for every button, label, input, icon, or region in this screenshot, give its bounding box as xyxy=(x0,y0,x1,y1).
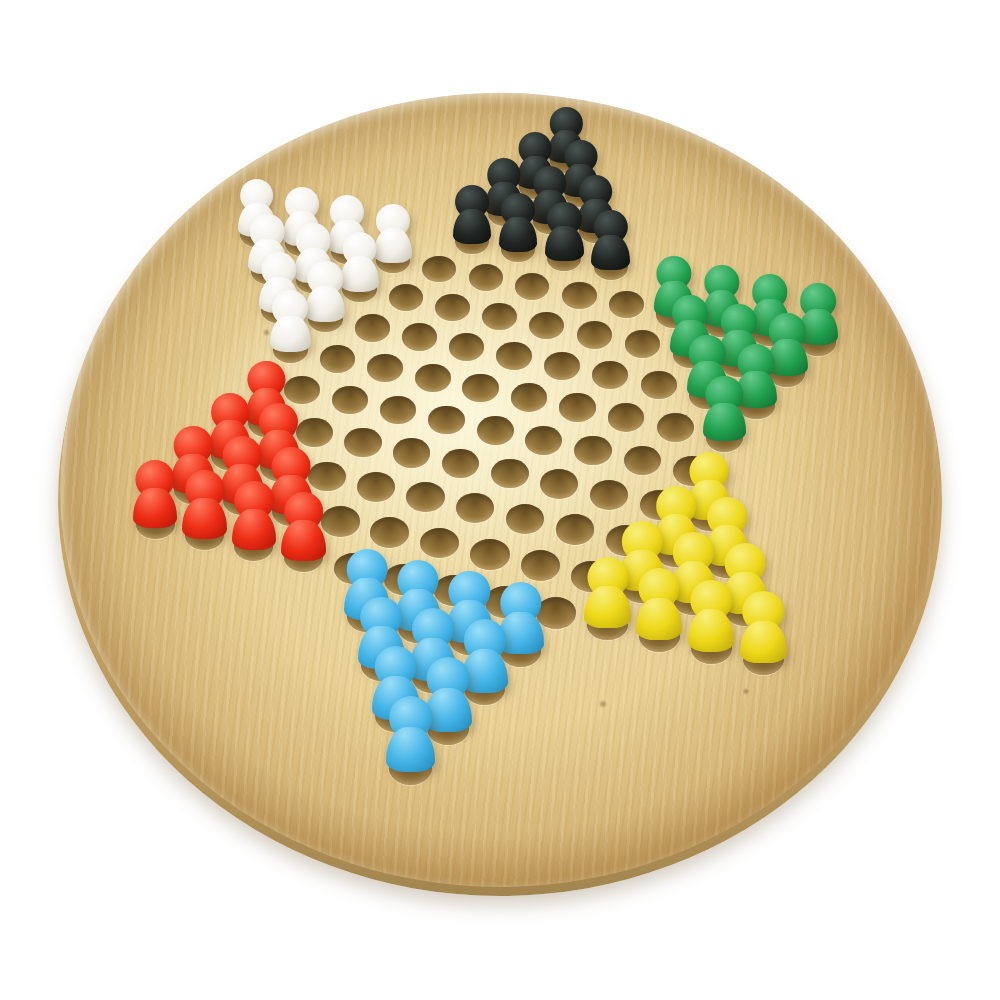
hole[interactable] xyxy=(470,539,509,570)
hole[interactable] xyxy=(515,273,549,300)
wood-speck xyxy=(742,688,750,695)
hole[interactable] xyxy=(477,416,514,445)
hole[interactable] xyxy=(462,374,498,402)
photo-canvas xyxy=(0,0,1000,1000)
peg-yellow[interactable] xyxy=(584,557,631,628)
hole[interactable] xyxy=(482,303,517,330)
hole[interactable] xyxy=(428,406,465,435)
peg-yellow[interactable] xyxy=(739,591,787,664)
hole[interactable] xyxy=(296,418,333,447)
hole[interactable] xyxy=(491,459,529,489)
hole[interactable] xyxy=(469,264,503,291)
hole[interactable] xyxy=(521,550,561,581)
hole[interactable] xyxy=(370,517,409,548)
hole[interactable] xyxy=(657,413,694,442)
hole[interactable] xyxy=(511,383,547,412)
hole[interactable] xyxy=(559,393,596,422)
hole[interactable] xyxy=(355,314,390,342)
hole[interactable] xyxy=(415,364,451,392)
hole[interactable] xyxy=(332,386,368,415)
hole[interactable] xyxy=(609,291,644,318)
hole[interactable] xyxy=(321,506,360,536)
peg-red[interactable] xyxy=(133,460,178,528)
hole[interactable] xyxy=(506,504,545,534)
hole[interactable] xyxy=(641,371,677,399)
wood-speck xyxy=(262,329,271,336)
hole-grid xyxy=(0,0,1000,1000)
hole[interactable] xyxy=(357,472,395,502)
hole[interactable] xyxy=(574,436,611,465)
peg-red[interactable] xyxy=(281,492,327,561)
peg-blue[interactable] xyxy=(385,696,435,772)
peg-white[interactable] xyxy=(340,232,380,292)
peg-black[interactable] xyxy=(545,202,584,261)
hole[interactable] xyxy=(406,482,444,512)
hole[interactable] xyxy=(624,446,662,475)
peg-black[interactable] xyxy=(499,193,538,252)
peg-green[interactable] xyxy=(703,376,746,441)
hole[interactable] xyxy=(435,294,470,321)
hole[interactable] xyxy=(393,438,430,467)
peg-black[interactable] xyxy=(453,185,492,244)
peg-white[interactable] xyxy=(305,261,346,322)
hole[interactable] xyxy=(540,469,578,499)
hole[interactable] xyxy=(422,256,456,283)
hole[interactable] xyxy=(577,321,612,349)
hole[interactable] xyxy=(608,403,645,432)
hole[interactable] xyxy=(496,342,532,370)
hole[interactable] xyxy=(556,514,595,544)
hole[interactable] xyxy=(449,333,485,361)
hole[interactable] xyxy=(562,282,597,309)
hole[interactable] xyxy=(367,354,403,382)
peg-yellow[interactable] xyxy=(687,580,735,652)
hole[interactable] xyxy=(308,462,346,492)
hole[interactable] xyxy=(590,480,628,510)
hole[interactable] xyxy=(544,352,580,380)
hole[interactable] xyxy=(529,312,564,340)
hole[interactable] xyxy=(625,330,660,358)
hole[interactable] xyxy=(442,449,480,479)
hole[interactable] xyxy=(525,426,562,455)
peg-white[interactable] xyxy=(270,290,311,352)
hole[interactable] xyxy=(402,323,437,351)
hole[interactable] xyxy=(380,396,417,425)
hole[interactable] xyxy=(320,345,356,373)
hole[interactable] xyxy=(592,361,628,389)
hole[interactable] xyxy=(456,493,494,523)
hole[interactable] xyxy=(389,284,424,311)
hole[interactable] xyxy=(344,428,381,457)
peg-black[interactable] xyxy=(591,210,631,270)
wood-speck xyxy=(598,700,608,708)
hole[interactable] xyxy=(284,376,320,404)
hole[interactable] xyxy=(420,528,459,559)
peg-yellow[interactable] xyxy=(636,568,683,640)
peg-red[interactable] xyxy=(231,481,277,550)
peg-red[interactable] xyxy=(182,470,227,538)
